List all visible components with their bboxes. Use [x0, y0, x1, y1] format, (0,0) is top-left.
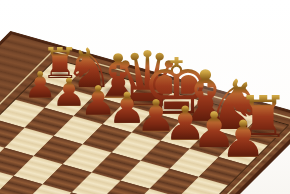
piece-shadow	[49, 71, 71, 78]
piece-pawn-e7: ♟	[136, 94, 177, 139]
piece-shadow	[187, 110, 224, 121]
piece-shadow	[102, 86, 134, 96]
piece-knight-g8: ♞	[203, 72, 265, 141]
chess-set-photo: ♜♞♝♛♚♝♞♜♟♟♟♟♟♟♟♟	[0, 0, 290, 194]
piece-shadow	[216, 118, 252, 129]
piece-rook-a8: ♜	[41, 43, 79, 85]
piece-pawn-g7: ♟	[192, 107, 236, 156]
piece-shadow	[173, 132, 198, 140]
piece-shadow	[87, 108, 108, 115]
piece-queen-d8: ♛	[113, 41, 182, 118]
piece-pawn-h7: ♟	[220, 113, 266, 164]
piece-shadow	[116, 116, 138, 123]
piece-pawn-a7: ♟	[24, 67, 57, 104]
piece-shadow	[201, 140, 227, 148]
pieces-layer: ♜♞♝♛♚♝♞♜♟♟♟♟♟♟♟♟	[0, 0, 290, 194]
piece-shadow	[59, 100, 79, 106]
piece-pawn-c7: ♟	[80, 80, 117, 121]
piece-bishop-f8: ♝	[173, 62, 236, 133]
piece-pawn-f7: ♟	[164, 100, 206, 147]
piece-knight-b8: ♞	[65, 42, 114, 96]
piece-shadow	[127, 93, 167, 105]
piece-shadow	[75, 78, 103, 87]
piece-shadow	[31, 92, 50, 98]
piece-pawn-d7: ♟	[108, 87, 147, 130]
piece-shadow	[248, 127, 279, 136]
piece-bishop-c8: ♝	[91, 45, 146, 106]
piece-king-e8: ♚	[141, 49, 211, 127]
piece-pawn-b7: ♟	[52, 74, 87, 113]
piece-shadow	[230, 148, 257, 156]
piece-shadow	[156, 101, 197, 113]
piece-rook-h8: ♜	[237, 87, 290, 146]
piece-shadow	[144, 124, 168, 131]
